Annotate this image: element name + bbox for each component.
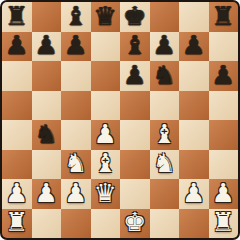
piece-black-rook: ♜ xyxy=(5,3,28,29)
square-b6[interactable] xyxy=(32,61,62,91)
piece-white-bishop: ♝ xyxy=(94,150,117,176)
square-e5[interactable] xyxy=(120,91,150,121)
square-g7[interactable]: ♟ xyxy=(179,32,209,62)
square-h5[interactable] xyxy=(209,91,239,121)
piece-black-pawn: ♟ xyxy=(153,32,176,58)
square-b7[interactable]: ♟ xyxy=(32,32,62,62)
piece-white-rook: ♜ xyxy=(5,209,28,235)
square-d4[interactable]: ♟ xyxy=(91,120,121,150)
square-h1[interactable]: ♜ xyxy=(209,209,239,239)
square-g3[interactable] xyxy=(179,150,209,180)
square-h6[interactable]: ♟ xyxy=(209,61,239,91)
piece-black-queen: ♛ xyxy=(94,3,117,29)
piece-black-pawn: ♟ xyxy=(64,32,87,58)
square-f2[interactable] xyxy=(150,179,180,209)
square-d5[interactable] xyxy=(91,91,121,121)
square-h2[interactable]: ♟ xyxy=(209,179,239,209)
square-b1[interactable] xyxy=(32,209,62,239)
square-h8[interactable]: ♜ xyxy=(209,2,239,32)
square-d8[interactable]: ♛ xyxy=(91,2,121,32)
piece-white-pawn: ♟ xyxy=(182,180,205,206)
piece-black-knight: ♞ xyxy=(35,121,58,147)
square-f3[interactable]: ♞ xyxy=(150,150,180,180)
square-e3[interactable] xyxy=(120,150,150,180)
square-e6[interactable]: ♟ xyxy=(120,61,150,91)
piece-white-bishop: ♝ xyxy=(153,121,176,147)
square-d7[interactable] xyxy=(91,32,121,62)
piece-white-pawn: ♟ xyxy=(35,180,58,206)
square-e7[interactable]: ♝ xyxy=(120,32,150,62)
piece-white-knight: ♞ xyxy=(153,150,176,176)
square-c2[interactable]: ♟ xyxy=(61,179,91,209)
square-c4[interactable] xyxy=(61,120,91,150)
piece-white-pawn: ♟ xyxy=(64,180,87,206)
square-h4[interactable] xyxy=(209,120,239,150)
square-f6[interactable]: ♞ xyxy=(150,61,180,91)
square-g1[interactable] xyxy=(179,209,209,239)
piece-black-pawn: ♟ xyxy=(182,32,205,58)
square-a6[interactable] xyxy=(2,61,32,91)
square-e1[interactable]: ♚ xyxy=(120,209,150,239)
piece-white-pawn: ♟ xyxy=(94,121,117,147)
piece-black-king: ♚ xyxy=(123,3,146,29)
square-a5[interactable] xyxy=(2,91,32,121)
piece-black-knight: ♞ xyxy=(153,62,176,88)
square-b3[interactable] xyxy=(32,150,62,180)
square-d6[interactable] xyxy=(91,61,121,91)
piece-white-pawn: ♟ xyxy=(5,180,28,206)
square-b5[interactable] xyxy=(32,91,62,121)
square-h7[interactable] xyxy=(209,32,239,62)
square-f8[interactable] xyxy=(150,2,180,32)
square-b2[interactable]: ♟ xyxy=(32,179,62,209)
square-g4[interactable] xyxy=(179,120,209,150)
square-f7[interactable]: ♟ xyxy=(150,32,180,62)
square-b4[interactable]: ♞ xyxy=(32,120,62,150)
square-f1[interactable] xyxy=(150,209,180,239)
square-b8[interactable] xyxy=(32,2,62,32)
piece-white-queen: ♛ xyxy=(94,180,117,206)
piece-white-pawn: ♟ xyxy=(212,180,235,206)
square-c1[interactable] xyxy=(61,209,91,239)
square-c8[interactable]: ♝ xyxy=(61,2,91,32)
piece-white-king: ♚ xyxy=(123,209,146,235)
piece-white-knight: ♞ xyxy=(64,150,87,176)
square-g6[interactable] xyxy=(179,61,209,91)
piece-black-rook: ♜ xyxy=(212,3,235,29)
piece-black-pawn: ♟ xyxy=(123,62,146,88)
piece-black-pawn: ♟ xyxy=(35,32,58,58)
square-f4[interactable]: ♝ xyxy=(150,120,180,150)
square-a3[interactable] xyxy=(2,150,32,180)
square-d2[interactable]: ♛ xyxy=(91,179,121,209)
piece-black-pawn: ♟ xyxy=(212,62,235,88)
square-a2[interactable]: ♟ xyxy=(2,179,32,209)
square-g5[interactable] xyxy=(179,91,209,121)
piece-black-pawn: ♟ xyxy=(5,32,28,58)
square-d3[interactable]: ♝ xyxy=(91,150,121,180)
square-a4[interactable] xyxy=(2,120,32,150)
square-e8[interactable]: ♚ xyxy=(120,2,150,32)
piece-white-rook: ♜ xyxy=(212,209,235,235)
square-c7[interactable]: ♟ xyxy=(61,32,91,62)
square-g2[interactable]: ♟ xyxy=(179,179,209,209)
chess-board-grid: ♜♝♛♚♜♟♟♟♝♟♟♟♞♟♞♟♝♞♝♞♟♟♟♛♟♟♜♚♜ xyxy=(2,2,238,238)
square-c3[interactable]: ♞ xyxy=(61,150,91,180)
square-d1[interactable] xyxy=(91,209,121,239)
square-h3[interactable] xyxy=(209,150,239,180)
square-c6[interactable] xyxy=(61,61,91,91)
chess-board: ♜♝♛♚♜♟♟♟♝♟♟♟♞♟♞♟♝♞♝♞♟♟♟♛♟♟♜♚♜ xyxy=(0,0,240,240)
square-a8[interactable]: ♜ xyxy=(2,2,32,32)
square-e2[interactable] xyxy=(120,179,150,209)
square-c5[interactable] xyxy=(61,91,91,121)
square-a1[interactable]: ♜ xyxy=(2,209,32,239)
piece-black-bishop: ♝ xyxy=(64,3,87,29)
square-f5[interactable] xyxy=(150,91,180,121)
piece-black-bishop: ♝ xyxy=(123,32,146,58)
square-g8[interactable] xyxy=(179,2,209,32)
square-e4[interactable] xyxy=(120,120,150,150)
square-a7[interactable]: ♟ xyxy=(2,32,32,62)
